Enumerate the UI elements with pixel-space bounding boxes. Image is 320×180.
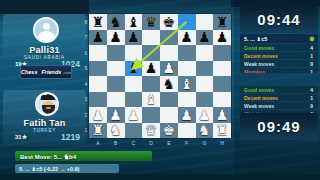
piece-white-bishop: ♝ bbox=[145, 92, 158, 106]
piece-black-pawn: ♟ bbox=[216, 30, 229, 44]
file-labels: ABCDEFGH bbox=[89, 139, 231, 147]
square-f2[interactable]: ♟ bbox=[178, 107, 196, 123]
stat-value: 1 bbox=[310, 69, 318, 74]
piece-black-rook: ♜ bbox=[216, 15, 229, 29]
piece-black-knight: ♞ bbox=[163, 77, 176, 91]
square-g5[interactable] bbox=[196, 61, 214, 77]
square-f3[interactable] bbox=[178, 92, 196, 108]
square-c7[interactable]: ♟ bbox=[125, 30, 143, 46]
played-move-eval-text: 5. ... ♝c5 (-0.22 → +0.9) bbox=[15, 166, 79, 172]
piece-white-pawn: ♟ bbox=[180, 108, 193, 122]
square-g7[interactable]: ♟ bbox=[196, 30, 214, 46]
piece-white-knight: ♞ bbox=[109, 123, 122, 137]
board-grid[interactable]: ♜♞♝♛♚♜♟♟♟♟♟♟♝♟♟♞♝♝♟♟♟♟♟♟♜♞♛♚♞♜ bbox=[89, 14, 231, 138]
piece-black-knight: ♞ bbox=[109, 15, 122, 29]
stat-label: Weak moves bbox=[240, 103, 310, 109]
square-e3[interactable] bbox=[160, 92, 178, 108]
clock-black-time: 09:44 bbox=[257, 11, 300, 28]
piece-white-pawn: ♟ bbox=[163, 61, 176, 75]
square-d1[interactable]: ♛ bbox=[142, 123, 160, 139]
stat-label: Weak moves bbox=[240, 61, 310, 67]
best-move-text: Best Move: 5... ♞b4 bbox=[15, 153, 76, 160]
piece-black-bishop: ♝ bbox=[127, 15, 140, 29]
graduation-cap-icon bbox=[47, 94, 50, 97]
square-d8[interactable]: ♛ bbox=[142, 14, 160, 30]
square-b5[interactable] bbox=[107, 61, 125, 77]
logo-text-chess: Chess bbox=[21, 69, 38, 75]
stat-label: Good moves bbox=[240, 87, 310, 93]
stat-value: 0 bbox=[310, 61, 318, 67]
piece-white-knight: ♞ bbox=[198, 123, 211, 137]
clock-white: 09:49 bbox=[240, 113, 318, 140]
square-f7[interactable]: ♟ bbox=[178, 30, 196, 46]
square-f5[interactable] bbox=[178, 61, 196, 77]
square-c2[interactable]: ♟ bbox=[125, 107, 143, 123]
clock-white-time: 09:49 bbox=[257, 118, 300, 135]
square-b1[interactable]: ♞ bbox=[107, 123, 125, 139]
file-label: G bbox=[196, 139, 214, 147]
square-g2[interactable]: ♟ bbox=[196, 107, 214, 123]
file-label: D bbox=[142, 139, 160, 147]
square-a7[interactable]: ♟ bbox=[89, 30, 107, 46]
stat-label: Decent moves bbox=[240, 95, 310, 101]
square-a4[interactable] bbox=[89, 76, 107, 92]
square-c6[interactable] bbox=[125, 45, 143, 61]
piece-white-king: ♚ bbox=[163, 123, 176, 137]
square-a5[interactable] bbox=[89, 61, 107, 77]
avatar-black[interactable] bbox=[33, 17, 59, 43]
chess-board[interactable]: 87654321 ♜♞♝♛♚♜♟♟♟♟♟♟♝♟♟♞♝♝♟♟♟♟♟♟♜♞♛♚♞♜ … bbox=[89, 14, 231, 138]
piece-black-pawn: ♟ bbox=[180, 30, 193, 44]
file-label: F bbox=[178, 139, 196, 147]
piece-black-king: ♚ bbox=[163, 15, 176, 29]
file-label: E bbox=[160, 139, 178, 147]
square-d4[interactable] bbox=[142, 76, 160, 92]
good-move-dot-icon bbox=[310, 37, 314, 41]
square-d5[interactable]: ♟ bbox=[142, 61, 160, 77]
square-h4[interactable] bbox=[213, 76, 231, 92]
square-c3[interactable] bbox=[125, 92, 143, 108]
stat-label: Good moves bbox=[240, 45, 310, 51]
piece-black-bishop: ♝ bbox=[127, 61, 140, 75]
square-c1[interactable] bbox=[125, 123, 143, 139]
square-a1[interactable]: ♜ bbox=[89, 123, 107, 139]
square-h8[interactable]: ♜ bbox=[213, 14, 231, 30]
square-f8[interactable] bbox=[178, 14, 196, 30]
piece-white-pawn: ♟ bbox=[198, 108, 211, 122]
move-quality-panel-white: Good moves4 Decent moves1 Weak moves0 Mi… bbox=[240, 86, 318, 113]
piece-black-pawn: ♟ bbox=[145, 61, 158, 75]
square-e7[interactable] bbox=[160, 30, 178, 46]
piece-black-queen: ♛ bbox=[145, 15, 158, 29]
piece-black-rook: ♜ bbox=[92, 15, 105, 29]
piece-white-pawn: ♟ bbox=[216, 108, 229, 122]
square-d3[interactable]: ♝ bbox=[142, 92, 160, 108]
square-g8[interactable] bbox=[196, 14, 214, 30]
square-c8[interactable]: ♝ bbox=[125, 14, 143, 30]
piece-white-pawn: ♟ bbox=[109, 108, 122, 122]
logo-text-com: .com bbox=[62, 70, 71, 75]
piece-white-pawn: ♟ bbox=[92, 108, 105, 122]
square-g3[interactable] bbox=[196, 92, 214, 108]
square-f4[interactable]: ♝ bbox=[178, 76, 196, 92]
stat-label: Decent moves bbox=[240, 53, 310, 59]
graduate-avatar-mouth bbox=[46, 107, 51, 109]
square-f1[interactable] bbox=[178, 123, 196, 139]
chessfriends-logo[interactable]: Chess Friends .com bbox=[20, 65, 72, 79]
chess-app-screen: Palli31 SAUDI ARABIA 19★ 1024 Chess Frie… bbox=[0, 0, 320, 180]
square-h6[interactable] bbox=[213, 45, 231, 61]
best-move-bar: Best Move: 5... ♞b4 bbox=[15, 151, 152, 161]
stat-label: Mistakes bbox=[240, 69, 310, 74]
square-h5[interactable] bbox=[213, 61, 231, 77]
square-f6[interactable] bbox=[178, 45, 196, 61]
square-h2[interactable]: ♟ bbox=[213, 107, 231, 123]
person-icon bbox=[43, 23, 50, 30]
player-name-white: Fatih Tan bbox=[3, 118, 86, 128]
stat-value: 0 bbox=[310, 103, 318, 109]
player-card-black: Palli31 SAUDI ARABIA 19★ 1024 bbox=[3, 14, 86, 65]
file-label: A bbox=[89, 139, 107, 147]
player-rating-white: 1219 bbox=[61, 132, 80, 142]
player-card-white: Fatih Tan TURKEY 31★ 1219 bbox=[3, 90, 86, 146]
piece-black-pawn: ♟ bbox=[198, 30, 211, 44]
piece-white-queen: ♛ bbox=[145, 123, 158, 137]
square-e2[interactable] bbox=[160, 107, 178, 123]
square-g4[interactable] bbox=[196, 76, 214, 92]
move-quality-panel-black: 5. ... ♝c5 Good moves4 Decent moves1 Wea… bbox=[240, 34, 318, 73]
square-g6[interactable] bbox=[196, 45, 214, 61]
square-c4[interactable] bbox=[125, 76, 143, 92]
square-b6[interactable] bbox=[107, 45, 125, 61]
square-b7[interactable]: ♟ bbox=[107, 30, 125, 46]
square-b4[interactable] bbox=[107, 76, 125, 92]
stat-value: 1 bbox=[310, 95, 318, 101]
avatar-white[interactable] bbox=[35, 92, 59, 116]
piece-white-rook: ♜ bbox=[216, 123, 229, 137]
person-icon bbox=[38, 31, 55, 43]
square-h7[interactable]: ♟ bbox=[213, 30, 231, 46]
square-h3[interactable] bbox=[213, 92, 231, 108]
stat-value: 4 bbox=[310, 45, 318, 51]
square-b8[interactable]: ♞ bbox=[107, 14, 125, 30]
square-d2[interactable] bbox=[142, 107, 160, 123]
square-h1[interactable]: ♜ bbox=[213, 123, 231, 139]
played-move-eval-bar: 5. ... ♝c5 (-0.22 → +0.9) bbox=[15, 164, 119, 173]
square-b2[interactable]: ♟ bbox=[107, 107, 125, 123]
player-name-black: Palli31 bbox=[3, 45, 86, 55]
square-e5[interactable]: ♟ bbox=[160, 61, 178, 77]
square-a8[interactable]: ♜ bbox=[89, 14, 107, 30]
piece-white-rook: ♜ bbox=[92, 123, 105, 137]
bottom-dark-band bbox=[0, 174, 320, 180]
logo-text-friends: Friends bbox=[41, 69, 61, 75]
file-label: H bbox=[213, 139, 231, 147]
square-a3[interactable] bbox=[89, 92, 107, 108]
square-d6[interactable] bbox=[142, 45, 160, 61]
piece-white-bishop: ♝ bbox=[180, 77, 193, 91]
file-label: B bbox=[107, 139, 125, 147]
last-move-text: 5. ... ♝c5 bbox=[240, 36, 310, 42]
piece-black-pawn: ♟ bbox=[109, 30, 122, 44]
square-c5[interactable]: ♝ bbox=[125, 61, 143, 77]
square-d7[interactable] bbox=[142, 30, 160, 46]
piece-white-pawn: ♟ bbox=[127, 108, 140, 122]
square-b3[interactable] bbox=[107, 92, 125, 108]
square-g1[interactable]: ♞ bbox=[196, 123, 214, 139]
square-a2[interactable]: ♟ bbox=[89, 107, 107, 123]
piece-black-pawn: ♟ bbox=[127, 30, 140, 44]
square-e1[interactable]: ♚ bbox=[160, 123, 178, 139]
last-move-header: 5. ... ♝c5 bbox=[240, 34, 318, 43]
clock-black: 09:44 bbox=[240, 6, 318, 33]
stat-value: 1 bbox=[310, 53, 318, 59]
stat-value: 4 bbox=[310, 87, 318, 93]
file-label: C bbox=[125, 139, 143, 147]
square-e8[interactable]: ♚ bbox=[160, 14, 178, 30]
piece-black-pawn: ♟ bbox=[92, 30, 105, 44]
square-e6[interactable] bbox=[160, 45, 178, 61]
square-a6[interactable] bbox=[89, 45, 107, 61]
square-e4[interactable]: ♞ bbox=[160, 76, 178, 92]
player-level-white: 31★ bbox=[15, 133, 27, 140]
top-left-dark-strip bbox=[0, 0, 89, 14]
